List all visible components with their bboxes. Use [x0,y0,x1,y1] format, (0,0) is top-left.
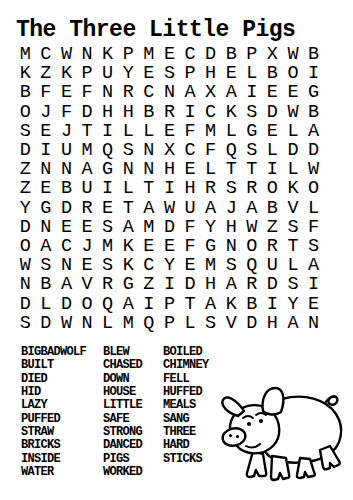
grid-cell: Y [283,294,304,313]
grid-cell: D [15,218,36,237]
grid-cell: W [242,218,263,237]
grid-cell: E [159,237,180,256]
grid-cell: T [77,122,98,141]
grid-cell: K [221,103,242,122]
grid-cell: M [97,237,118,256]
grid-cell: A [242,199,263,218]
grid-cell: N [56,256,77,275]
grid-cell: S [242,141,263,160]
grid-cell: K [97,45,118,64]
grid-cell: A [303,122,324,141]
grid-cell: F [200,141,221,160]
grid-cell: L [303,199,324,218]
grid-cell: K [221,294,242,313]
word-item: DIED [21,373,86,386]
grid-cell: B [36,275,57,294]
word-list-column: BOILEDCHIMNEYFELLHUFFEDMEALSSANGTHREEHAR… [163,346,209,466]
grid-cell: O [283,64,304,83]
grid-cell: S [159,64,180,83]
grid-cell: N [118,160,139,179]
grid-cell: I [97,122,118,141]
grid-cell: D [200,45,221,64]
grid-cell: O [15,103,36,122]
grid-cell: L [262,141,283,160]
grid-cell: E [139,64,160,83]
grid-cell: S [283,218,304,237]
word-item: WATER [21,466,86,479]
grid-cell: D [242,314,263,333]
grid-cell: U [262,256,283,275]
grid-cell: R [118,83,139,102]
grid-cell: I [180,103,201,122]
grid-cell: F [303,218,324,237]
grid-cell: I [36,141,57,160]
grid-cell: A [200,294,221,313]
grid-cell: E [262,122,283,141]
grid-cell: K [15,64,36,83]
grid-cell: N [56,160,77,179]
grid-cell: O [15,237,36,256]
grid-cell: E [77,218,98,237]
grid-cell: F [180,218,201,237]
grid-cell: U [56,141,77,160]
grid-cell: N [77,314,98,333]
grid-cell: U [180,199,201,218]
grid-cell: T [221,160,242,179]
word-item: INSIDE [21,453,86,466]
grid-cell: W [56,45,77,64]
grid-cell: R [159,103,180,122]
pig-eye-icon [247,422,251,426]
grid-cell: L [97,314,118,333]
grid-cell: O [77,294,98,313]
grid-cell: N [36,218,57,237]
grid-cell: N [139,141,160,160]
word-item: HID [21,386,86,399]
grid-cell: E [159,45,180,64]
grid-cell: A [221,83,242,102]
grid-cell: B [242,294,263,313]
grid-cell: E [139,237,160,256]
grid-cell: E [36,179,57,198]
grid-cell: X [262,45,283,64]
grid-cell: J [77,237,98,256]
grid-cell: T [118,199,139,218]
grid-cell: T [139,179,160,198]
grid-cell: J [56,122,77,141]
grid-cell: D [159,218,180,237]
grid-cell: L [283,160,304,179]
word-item: SAFE [103,413,142,426]
grid-cell: Q [97,294,118,313]
grid-cell: E [56,83,77,102]
grid-cell: L [283,256,304,275]
word-item: LAZY [21,399,86,412]
word-item: MEALS [163,399,209,412]
grid-cell: A [118,294,139,313]
grid-cell: S [221,179,242,198]
grid-cell: G [118,275,139,294]
grid-cell: D [56,199,77,218]
grid-cell: H [200,64,221,83]
grid-cell: Q [97,141,118,160]
grid-cell: S [303,237,324,256]
grid-cell: R [242,275,263,294]
word-item: STICKS [163,453,209,466]
grid-cell: J [36,103,57,122]
grid-cell: D [15,141,36,160]
grid-cell: P [242,45,263,64]
grid-cell: G [36,199,57,218]
grid-cell: G [242,122,263,141]
grid-cell: C [36,45,57,64]
word-item: PUFFED [21,413,86,426]
grid-cell: E [180,256,201,275]
grid-cell: S [15,122,36,141]
pig-illustration [220,384,352,486]
grid-cell: B [262,199,283,218]
grid-cell: L [118,179,139,198]
grid-cell: N [36,160,57,179]
puzzle-title: The Three Little Pigs [16,17,295,43]
pig-leg-icon [320,446,340,469]
grid-cell: R [77,199,98,218]
grid-cell: L [36,294,57,313]
grid-cell: A [283,314,304,333]
grid-cell: P [77,64,98,83]
grid-cell: B [303,103,324,122]
word-item: BUILT [21,359,86,372]
grid-cell: S [36,256,57,275]
grid-cell: E [77,256,98,275]
grid-cell: H [118,103,139,122]
grid-cell: P [159,294,180,313]
grid-cell: B [56,179,77,198]
grid-cell: R [200,179,221,198]
grid-cell: D [77,103,98,122]
grid-cell: F [36,83,57,102]
grid-cell: I [159,179,180,198]
grid-cell: H [159,160,180,179]
grid-cell: D [180,275,201,294]
grid-cell: C [200,103,221,122]
grid-cell: I [262,160,283,179]
grid-cell: Y [200,218,221,237]
grid-cell: I [97,179,118,198]
grid-cell: W [15,256,36,275]
grid-cell: A [303,256,324,275]
grid-cell: Q [242,256,263,275]
grid-cell: A [221,275,242,294]
grid-cell: E [262,83,283,102]
pig-leg-icon [247,451,266,477]
word-item: BIGBADWOLF [21,346,86,359]
grid-cell: G [303,83,324,102]
grid-cell: H [262,314,283,333]
grid-cell: A [200,199,221,218]
grid-cell: K [118,256,139,275]
grid-cell: M [139,45,160,64]
grid-cell: N [159,83,180,102]
grid-cell: I [303,275,324,294]
grid-cell: F [56,103,77,122]
grid-cell: N [15,275,36,294]
grid-cell: S [200,314,221,333]
grid-cell: C [56,237,77,256]
grid-cell: D [36,314,57,333]
grid-cell: M [15,45,36,64]
grid-cell: I [242,83,263,102]
grid-cell: X [159,141,180,160]
pig-ear-icon [222,397,244,416]
grid-cell: C [139,256,160,275]
grid-cell: J [221,199,242,218]
grid-cell: M [139,218,160,237]
grid-cell: P [118,45,139,64]
grid-cell: D [303,141,324,160]
grid-cell: D [56,294,77,313]
grid-cell: I [303,64,324,83]
grid-cell: S [221,256,242,275]
word-item: WORKED [103,466,142,479]
grid-cell: C [180,141,201,160]
grid-cell: T [283,237,304,256]
word-item: FELL [163,373,209,386]
grid-cell: M [118,314,139,333]
word-list-column: BLEWCHASEDDOWNHOUSELITTLESAFESTRONGDANCE… [103,346,142,479]
pig-leg-icon [271,456,289,480]
pig-nostril-icon [229,434,232,437]
grid-cell: E [97,199,118,218]
word-item: THREE [163,426,209,439]
grid-cell: E [303,294,324,313]
grid-cell: S [283,275,304,294]
grid-cell: Z [262,218,283,237]
grid-cell: M [77,141,98,160]
word-item: HUFFED [163,386,209,399]
pig-nostril-icon [236,435,239,438]
grid-cell: H [221,218,242,237]
grid-cell: A [139,199,160,218]
grid-cell: R [97,275,118,294]
grid-cell: S [97,218,118,237]
grid-cell: A [36,237,57,256]
grid-cell: U [97,64,118,83]
grid-cell: N [221,237,242,256]
grid-cell: V [283,199,304,218]
grid-cell: E [159,122,180,141]
word-item: HOUSE [103,386,142,399]
grid-cell: P [180,64,201,83]
grid-cell: D [15,294,36,313]
grid-cell: T [242,160,263,179]
grid-cell: W [56,314,77,333]
grid-cell: C [139,83,160,102]
grid-cell: K [56,64,77,83]
grid-cell: V [77,275,98,294]
grid-cell: M [200,122,221,141]
grid-cell: N [97,83,118,102]
grid-cell: L [283,122,304,141]
grid-cell: X [200,83,221,102]
grid-cell: E [180,160,201,179]
word-item: BOILED [163,346,209,359]
grid-cell: W [303,160,324,179]
grid-cell: L [139,122,160,141]
grid-cell: A [56,275,77,294]
word-item: STRONG [103,426,142,439]
grid-cell: Z [139,275,160,294]
grid-cell: G [97,160,118,179]
grid-cell: L [118,122,139,141]
grid-cell: Z [15,179,36,198]
grid-cell: Y [118,64,139,83]
grid-cell: R [262,237,283,256]
grid-cell: W [283,45,304,64]
grid-cell: K [118,237,139,256]
grid-cell: W [159,199,180,218]
grid-cell: I [159,275,180,294]
word-list-column: BIGBADWOLFBUILTDIEDHIDLAZYPUFFEDSTRAWBRI… [21,346,86,479]
word-item: CHASED [103,359,142,372]
grid-cell: B [262,64,283,83]
letter-grid: MCWNKPMECDBPXWBKZKPUYESPHELBOIBFEFNRCNAX… [15,45,324,333]
grid-cell: I [262,294,283,313]
grid-cell: H [180,179,201,198]
grid-cell: H [97,103,118,122]
grid-cell: C [180,45,201,64]
grid-cell: S [97,256,118,275]
grid-cell: E [221,64,242,83]
grid-cell: Q [221,141,242,160]
grid-cell: Y [15,199,36,218]
grid-cell: O [303,179,324,198]
grid-cell: D [262,103,283,122]
grid-cell: B [303,45,324,64]
grid-cell: G [200,237,221,256]
grid-cell: D [262,275,283,294]
grid-cell: L [221,122,242,141]
grid-cell: P [159,314,180,333]
grid-cell: R [242,179,263,198]
grid-cell: S [242,103,263,122]
grid-cell: H [200,275,221,294]
word-item: PIGS [103,453,142,466]
word-item: SANG [163,413,209,426]
word-item: DANCED [103,439,142,452]
grid-cell: Y [159,256,180,275]
grid-cell: F [77,83,98,102]
grid-cell: O [242,237,263,256]
grid-cell: K [283,179,304,198]
grid-cell: N [303,314,324,333]
grid-cell: L [242,64,263,83]
grid-cell: F [180,122,201,141]
word-item: BRICKS [21,439,86,452]
grid-cell: Z [36,64,57,83]
grid-cell: W [283,103,304,122]
grid-cell: A [77,160,98,179]
grid-cell: A [180,83,201,102]
grid-cell: E [36,122,57,141]
grid-cell: L [200,160,221,179]
grid-cell: L [180,314,201,333]
grid-cell: E [283,83,304,102]
grid-cell: B [221,45,242,64]
grid-cell: S [118,141,139,160]
grid-cell: T [180,294,201,313]
grid-cell: U [77,179,98,198]
grid-cell: Q [139,314,160,333]
word-item: STRAW [21,426,86,439]
grid-cell: I [139,294,160,313]
grid-cell: A [118,218,139,237]
grid-cell: N [139,160,160,179]
grid-cell: Z [15,160,36,179]
grid-cell: S [15,314,36,333]
grid-cell: E [56,218,77,237]
grid-cell: M [200,256,221,275]
word-item: HARD [163,439,209,452]
grid-cell: B [139,103,160,122]
word-item: DOWN [103,373,142,386]
grid-cell: B [15,83,36,102]
word-item: LITTLE [103,399,142,412]
word-item: CHIMNEY [163,359,209,372]
grid-cell: N [77,45,98,64]
grid-cell: F [180,237,201,256]
grid-cell: O [262,179,283,198]
grid-cell: V [221,314,242,333]
grid-cell: D [283,141,304,160]
pig-eye-icon [259,419,263,423]
word-item: BLEW [103,346,142,359]
pig-ear-icon [263,388,284,415]
